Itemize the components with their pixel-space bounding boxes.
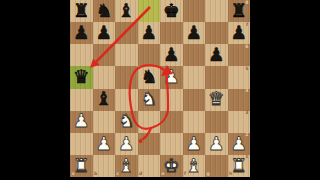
piece-white-queen-g4[interactable]: ♛ (208, 90, 225, 109)
square-b5[interactable] (93, 66, 116, 88)
square-a6[interactable] (70, 44, 93, 66)
piece-white-pawn-c2[interactable]: ♟ (118, 134, 135, 153)
square-e5[interactable]: ♟ (160, 66, 183, 88)
piece-white-bishop-c1[interactable]: ♝ (118, 156, 135, 175)
rank-coordinate-6: 6 (245, 45, 248, 50)
file-coordinate-a: a (72, 172, 75, 177)
piece-white-knight-d4[interactable]: ♞ (140, 90, 157, 109)
square-d5[interactable]: ♞ (138, 66, 161, 88)
piece-white-pawn-g2[interactable]: ♟ (208, 134, 225, 153)
square-e2[interactable] (160, 133, 183, 155)
rank-coordinate-1: 1 (245, 155, 248, 160)
rank-coordinate-4: 4 (245, 89, 248, 94)
piece-black-king-e8[interactable]: ♚ (163, 1, 180, 20)
square-f8[interactable] (183, 0, 206, 22)
square-b1[interactable]: b (93, 155, 116, 177)
square-c2[interactable]: ♟ (115, 133, 138, 155)
square-f4[interactable] (183, 89, 206, 111)
square-c8[interactable]: ♝ (115, 0, 138, 22)
square-g5[interactable] (205, 66, 228, 88)
file-coordinate-b: b (94, 172, 97, 177)
square-d3[interactable] (138, 111, 161, 133)
rank-coordinate-2: 2 (245, 133, 248, 138)
rank-coordinate-7: 7 (245, 23, 248, 28)
square-c7[interactable] (115, 22, 138, 44)
square-e1[interactable]: ♚e (160, 155, 183, 177)
piece-white-pawn-a3[interactable]: ♟ (73, 112, 90, 131)
square-h2[interactable]: ♟2 (228, 133, 251, 155)
square-f5[interactable] (183, 66, 206, 88)
square-h6[interactable]: 6 (228, 44, 251, 66)
chessboard: ♜♞♝♚♜8♟♟♟♟♟7♟♟6♛♞♟5♝♞♛4♟♞3♟♟♟♟♟2♜ab♝cd♚e… (70, 0, 250, 177)
square-d6[interactable] (138, 44, 161, 66)
file-coordinate-f: f (184, 172, 186, 177)
square-d1[interactable]: d (138, 155, 161, 177)
piece-black-bishop-c8[interactable]: ♝ (118, 1, 135, 20)
square-b4[interactable]: ♝ (93, 89, 116, 111)
square-a2[interactable] (70, 133, 93, 155)
square-h7[interactable]: ♟7 (228, 22, 251, 44)
square-a1[interactable]: ♜a (70, 155, 93, 177)
square-a7[interactable]: ♟ (70, 22, 93, 44)
piece-black-pawn-a7[interactable]: ♟ (73, 23, 90, 42)
square-a3[interactable]: ♟ (70, 111, 93, 133)
square-h5[interactable]: 5 (228, 66, 251, 88)
file-coordinate-c: c (117, 172, 120, 177)
square-g8[interactable] (205, 0, 228, 22)
video-frame: ♜♞♝♚♜8♟♟♟♟♟7♟♟6♛♞♟5♝♞♛4♟♞3♟♟♟♟♟2♜ab♝cd♚e… (0, 0, 320, 180)
piece-black-pawn-f7[interactable]: ♟ (185, 23, 202, 42)
square-e8[interactable]: ♚ (160, 0, 183, 22)
piece-black-pawn-e6[interactable]: ♟ (163, 46, 180, 65)
file-coordinate-e: e (162, 172, 165, 177)
square-h1[interactable]: ♜1h (228, 155, 251, 177)
square-d2[interactable] (138, 133, 161, 155)
square-f1[interactable]: ♝f (183, 155, 206, 177)
piece-black-knight-b8[interactable]: ♞ (95, 1, 112, 20)
piece-white-rook-a1[interactable]: ♜ (73, 156, 90, 175)
square-g6[interactable]: ♟ (205, 44, 228, 66)
square-a5[interactable]: ♛ (70, 66, 93, 88)
square-b8[interactable]: ♞ (93, 0, 116, 22)
square-a4[interactable] (70, 89, 93, 111)
square-d4[interactable]: ♞ (138, 89, 161, 111)
square-e4[interactable] (160, 89, 183, 111)
square-b3[interactable] (93, 111, 116, 133)
square-e6[interactable]: ♟ (160, 44, 183, 66)
square-f6[interactable] (183, 44, 206, 66)
square-h3[interactable]: 3 (228, 111, 251, 133)
square-d7[interactable]: ♟ (138, 22, 161, 44)
piece-white-knight-c3[interactable]: ♞ (118, 112, 135, 131)
square-g2[interactable]: ♟ (205, 133, 228, 155)
piece-white-bishop-f1[interactable]: ♝ (185, 156, 202, 175)
square-g4[interactable]: ♛ (205, 89, 228, 111)
rank-coordinate-5: 5 (245, 67, 248, 72)
piece-white-pawn-e5[interactable]: ♟ (163, 68, 180, 87)
square-c5[interactable] (115, 66, 138, 88)
square-g1[interactable]: g (205, 155, 228, 177)
square-g7[interactable] (205, 22, 228, 44)
square-a8[interactable]: ♜ (70, 0, 93, 22)
piece-black-bishop-b4[interactable]: ♝ (95, 90, 112, 109)
square-b2[interactable]: ♟ (93, 133, 116, 155)
piece-black-pawn-g6[interactable]: ♟ (208, 46, 225, 65)
piece-black-rook-a8[interactable]: ♜ (73, 1, 90, 20)
letterbox-right (250, 0, 320, 180)
square-c1[interactable]: ♝c (115, 155, 138, 177)
square-f3[interactable] (183, 111, 206, 133)
square-g3[interactable] (205, 111, 228, 133)
piece-white-king-e1[interactable]: ♚ (163, 156, 180, 175)
square-c3[interactable]: ♞ (115, 111, 138, 133)
square-e3[interactable] (160, 111, 183, 133)
file-coordinate-h: h (229, 172, 232, 177)
square-e7[interactable] (160, 22, 183, 44)
square-b6[interactable] (93, 44, 116, 66)
file-coordinate-d: d (139, 172, 142, 177)
letterbox-left (0, 0, 70, 180)
square-f7[interactable]: ♟ (183, 22, 206, 44)
piece-black-pawn-b7[interactable]: ♟ (95, 23, 112, 42)
rank-coordinate-3: 3 (245, 111, 248, 116)
square-h4[interactable]: 4 (228, 89, 251, 111)
square-d8[interactable] (138, 0, 161, 22)
piece-black-queen-a5[interactable]: ♛ (73, 68, 90, 87)
piece-black-pawn-d7[interactable]: ♟ (140, 23, 157, 42)
rank-coordinate-8: 8 (245, 1, 248, 6)
file-coordinate-g: g (207, 172, 210, 177)
square-c6[interactable] (115, 44, 138, 66)
square-h8[interactable]: ♜8 (228, 0, 251, 22)
piece-white-pawn-f2[interactable]: ♟ (185, 134, 202, 153)
square-b7[interactable]: ♟ (93, 22, 116, 44)
square-f2[interactable]: ♟ (183, 133, 206, 155)
piece-white-pawn-b2[interactable]: ♟ (95, 134, 112, 153)
square-c4[interactable] (115, 89, 138, 111)
piece-black-knight-d5[interactable]: ♞ (140, 68, 157, 87)
